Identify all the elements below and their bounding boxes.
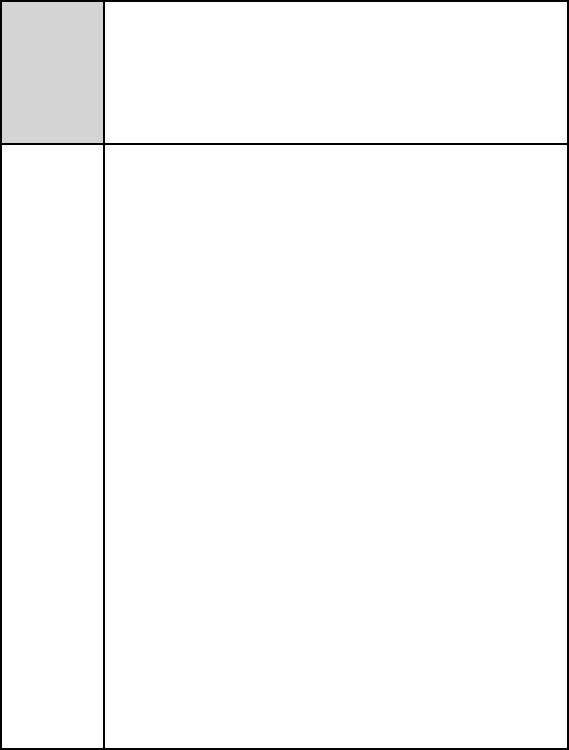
nonogram-puzzle-page — [0, 0, 569, 750]
outer-frame — [0, 0, 569, 750]
